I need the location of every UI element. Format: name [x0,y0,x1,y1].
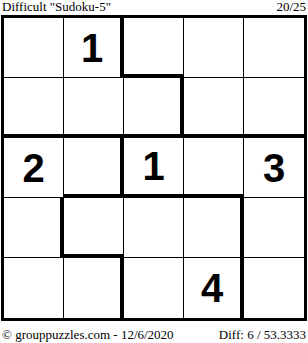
cell-r5c3[interactable] [124,258,184,318]
cell-r3c2[interactable] [64,138,124,198]
cell-r5c1[interactable] [4,258,64,318]
puzzle-footer: © grouppuzzles.com - 12/6/2020 Diff: 6 /… [0,324,308,342]
puzzle-title: Difficult "Sudoku-5" [2,0,111,14]
cell-r1c2[interactable]: 1 [64,18,124,78]
cell-r4c1[interactable] [4,198,64,258]
cell-r3c1[interactable]: 2 [4,138,64,198]
sudoku-board: 12134 [1,15,307,321]
cell-r5c5[interactable] [244,258,304,318]
cell-r2c5[interactable] [244,78,304,138]
cell-r2c2[interactable] [64,78,124,138]
cell-r3c5[interactable]: 3 [244,138,304,198]
cell-r2c3[interactable] [124,78,184,138]
cell-r1c3[interactable] [124,18,184,78]
cell-r4c5[interactable] [244,198,304,258]
puzzle-counter: 20/25 [276,0,306,14]
cell-r2c1[interactable] [4,78,64,138]
cell-r1c5[interactable] [244,18,304,78]
cell-r3c3[interactable]: 1 [124,138,184,198]
cell-r3c4[interactable] [184,138,244,198]
puzzle-header: Difficult "Sudoku-5" 20/25 [0,0,308,15]
cell-r4c4[interactable] [184,198,244,258]
cell-r5c4[interactable]: 4 [184,258,244,318]
difficulty-text: Diff: 6 / 53.3333 [219,327,306,342]
cell-r1c4[interactable] [184,18,244,78]
cell-r1c1[interactable] [4,18,64,78]
cell-r4c2[interactable] [64,198,124,258]
cell-r5c2[interactable] [64,258,124,318]
copyright-text: © grouppuzzles.com - 12/6/2020 [2,327,174,342]
cell-r4c3[interactable] [124,198,184,258]
cell-r2c4[interactable] [184,78,244,138]
